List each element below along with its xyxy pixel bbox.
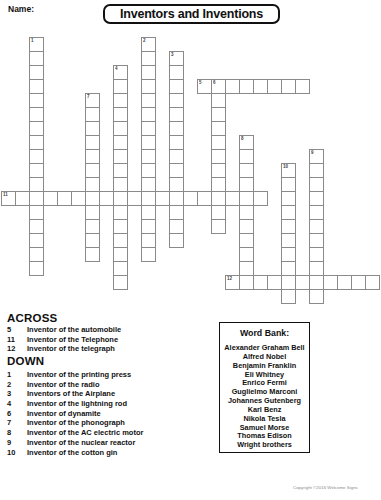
cell-number: 3: [171, 52, 174, 57]
grid-cell[interactable]: [211, 107, 226, 122]
grid-cell[interactable]: [239, 79, 254, 94]
grid-cell[interactable]: [197, 191, 212, 206]
cell-number: 2: [143, 38, 146, 43]
cell-number: 10: [283, 164, 288, 169]
word-bank-list: Alexander Graham BellAlfred NobelBenjami…: [220, 344, 309, 450]
clue-row: 1Inventor of the printing press: [7, 370, 217, 380]
cell-number: 11: [3, 192, 8, 197]
cell-number: 9: [311, 150, 314, 155]
grid-cell[interactable]: 6: [211, 79, 226, 94]
grid-cell[interactable]: [113, 135, 128, 150]
grid-cell[interactable]: [29, 93, 44, 108]
grid-cell[interactable]: [127, 191, 142, 206]
grid-cell[interactable]: [239, 163, 254, 178]
grid-cell[interactable]: [169, 149, 184, 164]
grid-cell[interactable]: [225, 191, 240, 206]
grid-cell[interactable]: [113, 275, 128, 290]
grid-cell[interactable]: [85, 247, 100, 262]
down-header: DOWN: [7, 355, 44, 367]
grid-cell[interactable]: [57, 191, 72, 206]
grid-cell[interactable]: [281, 79, 296, 94]
grid-cell[interactable]: [141, 191, 156, 206]
grid-cell[interactable]: [15, 191, 30, 206]
clue-row: 3Inventors of the Airplane: [7, 389, 217, 399]
cell-number: 7: [87, 94, 90, 99]
grid-cell[interactable]: [29, 163, 44, 178]
clue-text: Inventor of the phonograph: [27, 418, 125, 427]
grid-cell[interactable]: [113, 93, 128, 108]
clue-text: Inventor of the lightning rod: [27, 399, 127, 408]
clue-number: 7: [7, 418, 27, 427]
cell-number: 5: [199, 80, 202, 85]
grid-cell[interactable]: [281, 191, 296, 206]
grid-cell[interactable]: [239, 177, 254, 192]
grid-cell[interactable]: [295, 79, 310, 94]
grid-cell[interactable]: [113, 107, 128, 122]
grid-cell[interactable]: [281, 233, 296, 248]
grid-cell[interactable]: [169, 205, 184, 220]
grid-cell[interactable]: [29, 219, 44, 234]
grid-cell[interactable]: [29, 121, 44, 136]
grid-cell[interactable]: [29, 205, 44, 220]
cell-number: 12: [227, 276, 232, 281]
grid-cell[interactable]: [211, 93, 226, 108]
grid-cell[interactable]: [29, 233, 44, 248]
grid-cell[interactable]: [169, 233, 184, 248]
grid-cell[interactable]: [309, 205, 324, 220]
grid-cell[interactable]: [281, 289, 296, 304]
grid-cell[interactable]: [309, 177, 324, 192]
grid-cell[interactable]: [85, 233, 100, 248]
clue-row: 8Inventor of the AC electric motor: [7, 428, 217, 438]
grid-cell[interactable]: [169, 107, 184, 122]
grid-cell[interactable]: [239, 149, 254, 164]
grid-cell[interactable]: [29, 65, 44, 80]
grid-cell[interactable]: [141, 177, 156, 192]
grid-cell[interactable]: [309, 261, 324, 276]
clue-number: 2: [7, 380, 27, 389]
clue-number: 5: [7, 325, 27, 334]
grid-cell[interactable]: [281, 247, 296, 262]
grid-cell[interactable]: [169, 121, 184, 136]
clue-number: 3: [7, 389, 27, 398]
grid-cell[interactable]: [141, 65, 156, 80]
grid-cell[interactable]: [169, 93, 184, 108]
grid-cell[interactable]: [113, 121, 128, 136]
grid-cell[interactable]: [169, 191, 184, 206]
grid-cell[interactable]: [43, 191, 58, 206]
clue-row: 7Inventor of the phonograph: [7, 418, 217, 428]
grid-cell[interactable]: [113, 205, 128, 220]
grid-cell[interactable]: [211, 205, 226, 220]
grid-cell[interactable]: 3: [169, 51, 184, 66]
grid-cell[interactable]: [281, 261, 296, 276]
grid-cell[interactable]: [141, 79, 156, 94]
grid-cell[interactable]: [253, 79, 268, 94]
grid-cell[interactable]: [211, 219, 226, 234]
grid-cell[interactable]: 1: [29, 37, 44, 52]
grid-cell[interactable]: [113, 177, 128, 192]
crossword-grid: 123456789101112: [1, 37, 380, 304]
clue-text: Inventor of the nuclear reactor: [27, 438, 135, 447]
grid-cell[interactable]: [113, 79, 128, 94]
cell-number: 4: [115, 66, 118, 71]
grid-cell[interactable]: 2: [141, 37, 156, 52]
grid-cell[interactable]: 5: [197, 79, 212, 94]
grid-cell[interactable]: [225, 79, 240, 94]
grid-cell[interactable]: [29, 177, 44, 192]
grid-cell[interactable]: [29, 149, 44, 164]
grid-cell[interactable]: 10: [281, 163, 296, 178]
grid-cell[interactable]: [85, 107, 100, 122]
grid-cell[interactable]: [169, 219, 184, 234]
grid-cell[interactable]: [71, 191, 86, 206]
across-header: ACROSS: [7, 312, 57, 324]
grid-cell[interactable]: [85, 191, 100, 206]
clue-number: 4: [7, 399, 27, 408]
clue-row: 5Inventor of the automobile: [7, 325, 217, 335]
clue-row: 6Inventor of dynamite: [7, 409, 217, 419]
grid-cell[interactable]: [295, 275, 310, 290]
grid-cell[interactable]: [113, 163, 128, 178]
grid-cell[interactable]: [239, 191, 254, 206]
grid-cell[interactable]: [267, 79, 282, 94]
grid-cell[interactable]: [211, 177, 226, 192]
grid-cell[interactable]: [141, 93, 156, 108]
clue-text: Inventors of the Airplane: [27, 389, 115, 398]
grid-cell[interactable]: 7: [85, 93, 100, 108]
down-clue-list: 1Inventor of the printing press2Inventor…: [7, 370, 217, 457]
grid-cell[interactable]: [85, 135, 100, 150]
grid-cell[interactable]: [309, 191, 324, 206]
clue-number: 6: [7, 409, 27, 418]
grid-cell[interactable]: 11: [1, 191, 16, 206]
grid-cell[interactable]: [211, 121, 226, 136]
grid-cell[interactable]: [309, 163, 324, 178]
grid-cell[interactable]: [29, 191, 44, 206]
clue-text: Inventor of the AC electric motor: [27, 428, 143, 437]
grid-cell[interactable]: [85, 219, 100, 234]
across-clue-list: 5Inventor of the automobile11Inventor of…: [7, 325, 217, 354]
name-label: Name:: [8, 4, 34, 14]
clue-text: Inventor of the automobile: [27, 325, 121, 334]
grid-cell[interactable]: [169, 177, 184, 192]
grid-cell[interactable]: [85, 163, 100, 178]
grid-cell[interactable]: [169, 163, 184, 178]
grid-cell[interactable]: [267, 275, 282, 290]
grid-cell[interactable]: [239, 261, 254, 276]
grid-cell[interactable]: [99, 191, 114, 206]
grid-cell[interactable]: [113, 219, 128, 234]
word-bank-title: Word Bank:: [240, 328, 289, 338]
clue-text: Inventor of the printing press: [27, 370, 131, 379]
cell-number: 8: [241, 136, 244, 141]
grid-cell[interactable]: [281, 275, 296, 290]
grid-cell[interactable]: [323, 275, 338, 290]
grid-cell[interactable]: [141, 51, 156, 66]
title-box: Inventors and Inventions: [103, 4, 280, 24]
grid-cell[interactable]: [29, 247, 44, 262]
grid-cell[interactable]: [29, 79, 44, 94]
grid-cell[interactable]: [365, 275, 380, 290]
grid-cell[interactable]: [309, 247, 324, 262]
clue-row: 12Inventor of the telegraph: [7, 344, 217, 354]
grid-cell[interactable]: [141, 135, 156, 150]
grid-cell[interactable]: [141, 247, 156, 262]
clue-row: 2Inventor of the radio: [7, 380, 217, 390]
grid-cell[interactable]: [351, 275, 366, 290]
page-title: Inventors and Inventions: [120, 7, 263, 21]
grid-cell[interactable]: [85, 177, 100, 192]
grid-cell[interactable]: [85, 149, 100, 164]
grid-cell[interactable]: [239, 233, 254, 248]
grid-cell[interactable]: [141, 163, 156, 178]
clue-number: 11: [7, 335, 27, 344]
copyright-text: Copyright ©2016 Welcome Signs: [293, 485, 358, 490]
grid-cell[interactable]: [113, 191, 128, 206]
grid-cell[interactable]: [211, 149, 226, 164]
grid-cell[interactable]: [113, 261, 128, 276]
clue-number: 1: [7, 370, 27, 379]
grid-cell[interactable]: [253, 191, 268, 206]
clue-row: 11Inventor of the Telephone: [7, 335, 217, 345]
clue-text: Inventor of dynamite: [27, 409, 101, 418]
grid-cell[interactable]: [309, 233, 324, 248]
grid-cell[interactable]: [85, 121, 100, 136]
grid-cell[interactable]: 8: [239, 135, 254, 150]
clue-row: 9Inventor of the nuclear reactor: [7, 438, 217, 448]
grid-cell[interactable]: [239, 275, 254, 290]
grid-cell[interactable]: [211, 163, 226, 178]
clue-number: 8: [7, 428, 27, 437]
grid-cell[interactable]: [141, 233, 156, 248]
grid-cell[interactable]: [113, 233, 128, 248]
grid-cell[interactable]: [239, 219, 254, 234]
grid-cell[interactable]: [239, 205, 254, 220]
clue-row: 4Inventor of the lightning rod: [7, 399, 217, 409]
clue-row: 10Inventor of the cotton gin: [7, 448, 217, 458]
grid-cell[interactable]: [113, 149, 128, 164]
clue-text: Inventor of the cotton gin: [27, 448, 117, 457]
word-bank-item: Wright brothers: [237, 441, 292, 450]
cell-number: 6: [213, 80, 216, 85]
grid-cell[interactable]: [141, 149, 156, 164]
grid-cell[interactable]: [281, 219, 296, 234]
clue-number: 10: [7, 448, 27, 457]
grid-cell[interactable]: [29, 261, 44, 276]
grid-cell[interactable]: [85, 205, 100, 220]
clue-number: 12: [7, 344, 27, 353]
grid-cell[interactable]: [309, 275, 324, 290]
grid-cell[interactable]: [169, 79, 184, 94]
clue-text: Inventor of the Telephone: [27, 335, 118, 344]
grid-cell[interactable]: [141, 107, 156, 122]
grid-cell[interactable]: [169, 65, 184, 80]
grid-cell[interactable]: [141, 121, 156, 136]
word-bank-box: Word Bank: Alexander Graham BellAlfred N…: [219, 322, 310, 453]
grid-cell[interactable]: [337, 275, 352, 290]
grid-cell[interactable]: [309, 219, 324, 234]
grid-cell[interactable]: [309, 289, 324, 304]
grid-cell[interactable]: [211, 135, 226, 150]
grid-cell[interactable]: [29, 135, 44, 150]
grid-cell[interactable]: [239, 247, 254, 262]
grid-cell[interactable]: [29, 107, 44, 122]
grid-cell[interactable]: 9: [309, 149, 324, 164]
grid-cell[interactable]: 12: [225, 275, 240, 290]
grid-cell[interactable]: [155, 191, 170, 206]
grid-cell[interactable]: [169, 135, 184, 150]
grid-cell[interactable]: [211, 191, 226, 206]
grid-cell[interactable]: [141, 219, 156, 234]
grid-cell[interactable]: [281, 205, 296, 220]
grid-cell[interactable]: [253, 275, 268, 290]
grid-cell[interactable]: [281, 177, 296, 192]
grid-cell[interactable]: [29, 51, 44, 66]
grid-cell[interactable]: [141, 205, 156, 220]
clue-text: Inventor of the telegraph: [27, 344, 115, 353]
cell-number: 1: [31, 38, 34, 43]
grid-cell[interactable]: 4: [113, 65, 128, 80]
clue-text: Inventor of the radio: [27, 380, 100, 389]
worksheet-page: Name: Inventors and Inventions 123456789…: [0, 0, 381, 500]
grid-cell[interactable]: [113, 247, 128, 262]
clue-number: 9: [7, 438, 27, 447]
grid-cell[interactable]: [183, 191, 198, 206]
